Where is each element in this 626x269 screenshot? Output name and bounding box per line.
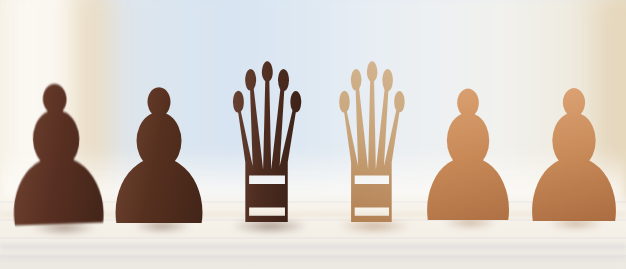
- foreground-blur: [0, 245, 626, 269]
- chess-piece-black-pawn-2: ♟: [94, 66, 224, 252]
- chess-piece-black-queen: ♛: [222, 36, 313, 256]
- chess-piece-white-queen: ♛: [329, 36, 416, 256]
- chess-photo: ♟ ♟ ♛ ♛ ♟ ♟: [0, 0, 626, 269]
- chess-piece-white-pawn-2: ♟: [511, 67, 626, 249]
